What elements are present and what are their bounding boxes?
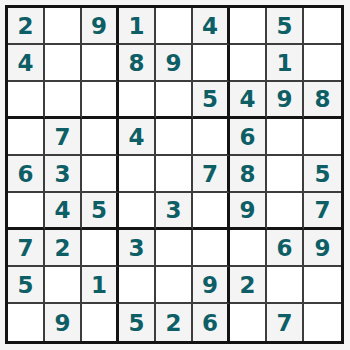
cell-r6c4[interactable] [119, 193, 156, 230]
cell-r3c3[interactable] [82, 82, 119, 119]
cell-r7c8: 6 [267, 230, 304, 267]
cell-r4c9[interactable] [304, 119, 341, 156]
cell-r1c9[interactable] [304, 8, 341, 45]
cell-r4c4: 4 [119, 119, 156, 156]
cell-r5c7: 8 [230, 156, 267, 193]
cell-r6c1[interactable] [8, 193, 45, 230]
cell-r1c7[interactable] [230, 8, 267, 45]
cell-r5c9: 5 [304, 156, 341, 193]
cell-r9c1[interactable] [8, 304, 45, 341]
cell-r8c1: 5 [8, 267, 45, 304]
cell-r5c1: 6 [8, 156, 45, 193]
cell-r8c2[interactable] [45, 267, 82, 304]
cell-r6c6[interactable] [193, 193, 230, 230]
cell-r9c6: 6 [193, 304, 230, 341]
cell-r2c7[interactable] [230, 45, 267, 82]
cell-r3c6: 5 [193, 82, 230, 119]
cell-r2c4: 8 [119, 45, 156, 82]
cell-r9c8: 7 [267, 304, 304, 341]
cell-r4c6[interactable] [193, 119, 230, 156]
cell-r1c8: 5 [267, 8, 304, 45]
cell-r6c3: 5 [82, 193, 119, 230]
cell-r5c6: 7 [193, 156, 230, 193]
cell-r4c5[interactable] [156, 119, 193, 156]
cell-r5c4[interactable] [119, 156, 156, 193]
cell-r4c7: 6 [230, 119, 267, 156]
cell-r4c1[interactable] [8, 119, 45, 156]
cell-r4c2: 7 [45, 119, 82, 156]
cell-r1c3: 9 [82, 8, 119, 45]
cell-r9c2: 9 [45, 304, 82, 341]
cell-r2c8: 1 [267, 45, 304, 82]
cell-r8c3: 1 [82, 267, 119, 304]
cell-r8c6: 9 [193, 267, 230, 304]
sudoku-page: 2914548915498746637854539772369519295267 [0, 0, 350, 349]
cell-r2c1: 4 [8, 45, 45, 82]
cell-r9c3[interactable] [82, 304, 119, 341]
cell-r3c1[interactable] [8, 82, 45, 119]
cell-r6c5: 3 [156, 193, 193, 230]
cell-r1c6: 4 [193, 8, 230, 45]
cell-r3c7: 4 [230, 82, 267, 119]
cell-r4c8[interactable] [267, 119, 304, 156]
cell-r5c3[interactable] [82, 156, 119, 193]
cell-r2c6[interactable] [193, 45, 230, 82]
cell-r7c6[interactable] [193, 230, 230, 267]
cell-r2c9[interactable] [304, 45, 341, 82]
cell-r7c3[interactable] [82, 230, 119, 267]
cell-r5c8[interactable] [267, 156, 304, 193]
cell-r8c7: 2 [230, 267, 267, 304]
cell-r5c2: 3 [45, 156, 82, 193]
cell-r7c7[interactable] [230, 230, 267, 267]
cell-r8c9[interactable] [304, 267, 341, 304]
cell-r3c5[interactable] [156, 82, 193, 119]
cell-r6c9: 7 [304, 193, 341, 230]
cell-r8c4[interactable] [119, 267, 156, 304]
cell-r3c2[interactable] [45, 82, 82, 119]
cell-r8c8[interactable] [267, 267, 304, 304]
cell-r9c9[interactable] [304, 304, 341, 341]
cell-r7c5[interactable] [156, 230, 193, 267]
sudoku-board: 2914548915498746637854539772369519295267 [5, 5, 344, 344]
cell-r1c2[interactable] [45, 8, 82, 45]
cell-r7c4: 3 [119, 230, 156, 267]
cell-r2c5: 9 [156, 45, 193, 82]
cell-r6c8[interactable] [267, 193, 304, 230]
cell-r9c7[interactable] [230, 304, 267, 341]
cell-r6c7: 9 [230, 193, 267, 230]
cell-r7c9: 9 [304, 230, 341, 267]
cell-r3c8: 9 [267, 82, 304, 119]
cell-r2c2[interactable] [45, 45, 82, 82]
cell-r9c4: 5 [119, 304, 156, 341]
cell-r7c2: 2 [45, 230, 82, 267]
cell-r4c3[interactable] [82, 119, 119, 156]
cell-r1c4: 1 [119, 8, 156, 45]
cell-r5c5[interactable] [156, 156, 193, 193]
cell-r3c4[interactable] [119, 82, 156, 119]
cell-r2c3[interactable] [82, 45, 119, 82]
cell-r7c1: 7 [8, 230, 45, 267]
cell-r1c1: 2 [8, 8, 45, 45]
cell-r8c5[interactable] [156, 267, 193, 304]
cell-r1c5[interactable] [156, 8, 193, 45]
cell-r3c9: 8 [304, 82, 341, 119]
cell-r6c2: 4 [45, 193, 82, 230]
cell-r9c5: 2 [156, 304, 193, 341]
